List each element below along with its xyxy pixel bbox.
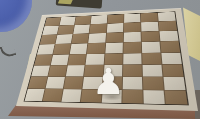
board-square bbox=[46, 77, 65, 89]
board-square bbox=[25, 89, 45, 102]
chessboard-photo-scene: ♟ bbox=[0, 0, 200, 119]
dark-object-highlight bbox=[58, 0, 74, 4]
board-square bbox=[68, 54, 86, 65]
white-pawn: ♟ bbox=[92, 64, 124, 100]
board-square bbox=[74, 25, 91, 34]
board-square bbox=[72, 34, 89, 44]
board-square bbox=[66, 65, 85, 76]
board-square bbox=[141, 13, 158, 22]
board-square bbox=[40, 35, 57, 44]
board-square bbox=[142, 42, 161, 53]
board-square bbox=[123, 32, 140, 42]
board-square bbox=[124, 23, 141, 33]
board-square bbox=[34, 55, 52, 65]
board-square bbox=[123, 42, 141, 53]
board-square bbox=[123, 53, 141, 64]
board-square bbox=[89, 33, 106, 43]
board-square bbox=[159, 31, 178, 41]
board-square bbox=[64, 77, 83, 89]
board-square bbox=[122, 77, 142, 90]
board-square bbox=[143, 90, 165, 104]
board-square bbox=[162, 64, 183, 76]
board-square bbox=[105, 43, 123, 53]
board-square bbox=[159, 21, 178, 31]
board-square bbox=[62, 89, 82, 102]
board-square bbox=[106, 23, 123, 33]
board-square bbox=[31, 65, 50, 76]
board-square bbox=[28, 77, 47, 89]
board-square bbox=[143, 77, 164, 90]
board-square bbox=[142, 53, 161, 64]
board-square bbox=[106, 33, 123, 43]
board-square bbox=[51, 54, 69, 64]
board-square bbox=[45, 17, 61, 26]
board-square bbox=[90, 24, 107, 33]
board-square bbox=[160, 41, 180, 52]
board-square bbox=[87, 43, 105, 53]
board-square bbox=[141, 32, 159, 42]
board-square bbox=[142, 64, 162, 76]
board-square bbox=[158, 12, 176, 21]
board-square bbox=[165, 90, 188, 104]
board-square bbox=[163, 77, 185, 90]
board-square bbox=[124, 14, 140, 23]
board-square bbox=[123, 65, 142, 77]
board-square bbox=[75, 16, 91, 25]
board-square bbox=[56, 34, 73, 44]
board-square bbox=[60, 17, 76, 26]
board-square bbox=[53, 44, 71, 54]
board-square bbox=[161, 52, 182, 63]
board-square bbox=[48, 65, 67, 76]
board-square bbox=[122, 90, 142, 104]
board-square bbox=[43, 89, 63, 102]
board-square bbox=[70, 44, 88, 54]
board-square bbox=[91, 15, 107, 24]
board-square bbox=[42, 26, 59, 35]
board-square bbox=[37, 44, 55, 54]
board-square bbox=[107, 14, 123, 23]
board-square bbox=[141, 22, 159, 32]
board-square bbox=[58, 25, 75, 34]
